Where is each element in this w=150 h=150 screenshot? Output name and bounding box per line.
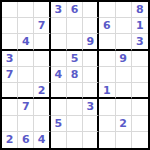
sudoku-cell-r7c3[interactable]	[34, 99, 50, 115]
sudoku-cell-r8c3[interactable]	[34, 116, 50, 132]
sudoku-cell-r2c9: 1	[132, 18, 148, 34]
sudoku-cell-r2c7: 6	[99, 18, 115, 34]
sudoku-cell-r1c4: 3	[51, 2, 67, 18]
sudoku-cell-r5c2[interactable]	[18, 67, 34, 83]
sudoku-cell-r4c8: 9	[116, 51, 132, 67]
sudoku-cell-r1c3[interactable]	[34, 2, 50, 18]
sudoku-cell-r7c9[interactable]	[132, 99, 148, 115]
sudoku-cell-r9c8[interactable]	[116, 132, 132, 148]
sudoku-cell-r3c7[interactable]	[99, 34, 115, 50]
sudoku-cell-r3c5[interactable]	[67, 34, 83, 50]
sudoku-cell-r5c3[interactable]	[34, 67, 50, 83]
sudoku-cell-r2c6[interactable]	[83, 18, 99, 34]
sudoku-cell-r2c3: 7	[34, 18, 50, 34]
sudoku-cell-r8c1[interactable]	[2, 116, 18, 132]
sudoku-cell-r8c4: 5	[51, 116, 67, 132]
sudoku-cell-r3c8[interactable]	[116, 34, 132, 50]
sudoku-cell-r7c1[interactable]	[2, 99, 18, 115]
sudoku-cell-r1c8[interactable]	[116, 2, 132, 18]
sudoku-cell-r3c3[interactable]	[34, 34, 50, 50]
sudoku-cell-r3c1[interactable]	[2, 34, 18, 50]
sudoku-cell-r5c5: 8	[67, 67, 83, 83]
sudoku-cell-r8c6[interactable]	[83, 116, 99, 132]
sudoku-cell-r7c6: 3	[83, 99, 99, 115]
sudoku-cell-r6c6[interactable]	[83, 83, 99, 99]
sudoku-cell-r2c1[interactable]	[2, 18, 18, 34]
sudoku-cell-r1c5: 6	[67, 2, 83, 18]
sudoku-cell-r1c9: 8	[132, 2, 148, 18]
sudoku-cell-r4c2[interactable]	[18, 51, 34, 67]
sudoku-cell-r2c8[interactable]	[116, 18, 132, 34]
sudoku-cell-r5c1: 7	[2, 67, 18, 83]
sudoku-cell-r8c8: 2	[116, 116, 132, 132]
sudoku-cell-r3c9: 3	[132, 34, 148, 50]
sudoku-cell-r8c5[interactable]	[67, 116, 83, 132]
sudoku-cell-r8c7[interactable]	[99, 116, 115, 132]
sudoku-cell-r8c9[interactable]	[132, 116, 148, 132]
sudoku-cell-r6c9[interactable]	[132, 83, 148, 99]
sudoku-cell-r7c8[interactable]	[116, 99, 132, 115]
sudoku-cell-r2c5[interactable]	[67, 18, 83, 34]
sudoku-cell-r5c8[interactable]	[116, 67, 132, 83]
sudoku-cell-r6c2[interactable]	[18, 83, 34, 99]
sudoku-cell-r7c4[interactable]	[51, 99, 67, 115]
sudoku-cell-r6c8[interactable]	[116, 83, 132, 99]
sudoku-cell-r6c7: 1	[99, 83, 115, 99]
sudoku-cell-r4c7[interactable]	[99, 51, 115, 67]
sudoku-cell-r4c4[interactable]	[51, 51, 67, 67]
sudoku-board: 368761493359748217352264	[0, 0, 150, 150]
sudoku-cell-r5c4: 4	[51, 67, 67, 83]
sudoku-cell-r9c4[interactable]	[51, 132, 67, 148]
sudoku-cell-r6c1[interactable]	[2, 83, 18, 99]
sudoku-cell-r7c2: 7	[18, 99, 34, 115]
sudoku-cell-r3c4[interactable]	[51, 34, 67, 50]
sudoku-cell-r1c7[interactable]	[99, 2, 115, 18]
sudoku-cell-r9c5[interactable]	[67, 132, 83, 148]
sudoku-cell-r4c9[interactable]	[132, 51, 148, 67]
sudoku-cell-r2c4[interactable]	[51, 18, 67, 34]
sudoku-cell-r6c4[interactable]	[51, 83, 67, 99]
sudoku-cell-r1c2[interactable]	[18, 2, 34, 18]
sudoku-cell-r1c1[interactable]	[2, 2, 18, 18]
sudoku-cell-r4c6[interactable]	[83, 51, 99, 67]
sudoku-cell-r4c3[interactable]	[34, 51, 50, 67]
sudoku-cell-r1c6[interactable]	[83, 2, 99, 18]
sudoku-cell-r9c1: 2	[2, 132, 18, 148]
sudoku-cell-r6c3: 2	[34, 83, 50, 99]
sudoku-cell-r9c3: 4	[34, 132, 50, 148]
sudoku-cell-r4c5: 5	[67, 51, 83, 67]
sudoku-cell-r9c6[interactable]	[83, 132, 99, 148]
sudoku-cell-r7c5[interactable]	[67, 99, 83, 115]
sudoku-cell-r6c5[interactable]	[67, 83, 83, 99]
sudoku-cell-r4c1: 3	[2, 51, 18, 67]
sudoku-cell-r9c7[interactable]	[99, 132, 115, 148]
sudoku-cell-r9c2: 6	[18, 132, 34, 148]
sudoku-cell-r5c6[interactable]	[83, 67, 99, 83]
sudoku-cell-r3c6: 9	[83, 34, 99, 50]
sudoku-cell-r9c9[interactable]	[132, 132, 148, 148]
sudoku-cell-r5c9[interactable]	[132, 67, 148, 83]
sudoku-cell-r3c2: 4	[18, 34, 34, 50]
sudoku-cell-r5c7[interactable]	[99, 67, 115, 83]
sudoku-cell-r8c2[interactable]	[18, 116, 34, 132]
sudoku-cell-r7c7[interactable]	[99, 99, 115, 115]
sudoku-cell-r2c2[interactable]	[18, 18, 34, 34]
